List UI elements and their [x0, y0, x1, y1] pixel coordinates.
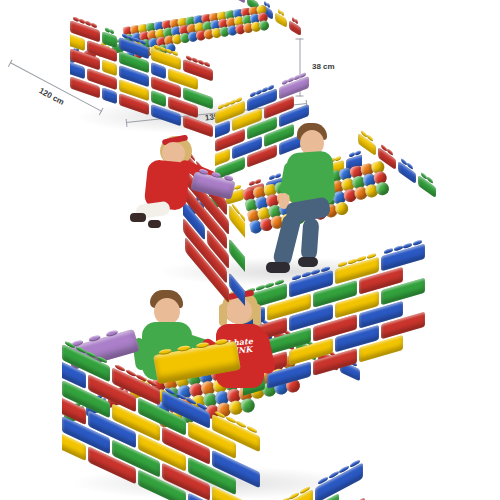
boy-jeans-leg-2 — [301, 217, 320, 260]
brick — [233, 0, 245, 4]
boy-shoe-2 — [298, 257, 318, 267]
brick-stud — [88, 334, 101, 342]
brick-stud — [281, 11, 284, 17]
brick-studs — [73, 16, 97, 28]
girl-shoe-2 — [148, 220, 161, 228]
dimension-label-height: 38 cm — [312, 62, 335, 71]
brick-stud — [268, 84, 274, 90]
brick-stud — [240, 212, 245, 226]
brick-studs — [401, 158, 413, 170]
brick-stud — [211, 171, 221, 178]
brick-stud — [394, 245, 403, 252]
brick — [289, 20, 301, 36]
brick-stud — [105, 27, 110, 33]
girl-shoe — [130, 213, 146, 222]
brick-stud — [214, 338, 228, 345]
brick-stud — [91, 22, 97, 28]
brick-stud — [224, 175, 234, 182]
brick-studs — [384, 239, 422, 254]
brick-studs — [282, 72, 306, 85]
brick-stud — [329, 470, 339, 479]
brick-studs — [105, 27, 114, 34]
brick-studs — [278, 9, 284, 16]
brick-studs — [250, 84, 274, 97]
brick-stud — [403, 242, 412, 249]
brick-stud — [339, 465, 349, 474]
brick-stud — [300, 72, 306, 78]
brick-stud — [172, 50, 178, 56]
view-kids-building — [128, 122, 440, 288]
boy-head — [154, 298, 180, 325]
brick-studs — [381, 144, 393, 156]
brick — [418, 175, 436, 199]
brick-stud — [295, 19, 298, 25]
brick-stud — [407, 162, 413, 170]
brick-stud — [177, 345, 191, 352]
brick-studs — [218, 97, 242, 110]
brick-studs — [421, 172, 433, 184]
figure-boy-sitting — [256, 122, 376, 287]
figure-girl-building — [130, 130, 240, 260]
brick-stud — [427, 176, 433, 184]
ball — [258, 20, 269, 31]
brick-stud — [387, 148, 393, 156]
brick — [398, 161, 416, 185]
brick-stud — [384, 248, 393, 255]
brick-stud — [267, 3, 270, 9]
brick-stud — [110, 29, 115, 35]
brick — [275, 12, 287, 28]
product-image: 120 cm 135 cm 38 cm — [0, 0, 500, 500]
brick-stud — [140, 39, 146, 45]
view-diagram — [55, 0, 345, 140]
girl-hair-side-2 — [253, 304, 261, 326]
brick-stud — [105, 329, 118, 337]
brick-stud — [350, 459, 360, 468]
brick-stud — [236, 97, 242, 103]
brick-stud — [204, 61, 210, 67]
brick-stud — [413, 240, 422, 247]
boy-shoe — [266, 262, 290, 273]
brick-studs — [292, 17, 298, 24]
brick-stud — [196, 342, 210, 349]
purple-brick — [190, 171, 235, 200]
